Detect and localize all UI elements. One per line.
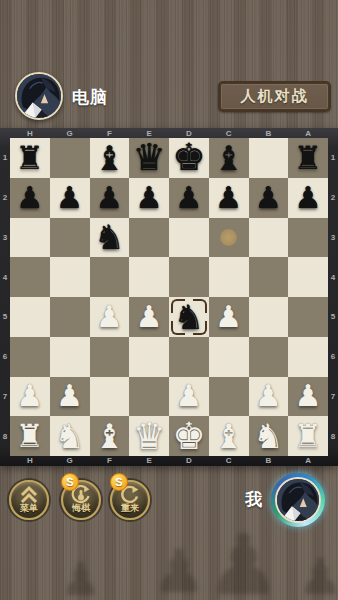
square-H2[interactable]: ♟: [10, 178, 50, 218]
me-avatar: [275, 477, 321, 523]
rank-labels-left: 12345678: [0, 138, 10, 456]
me-avatar-image: [277, 479, 319, 521]
square-D4[interactable]: [169, 257, 209, 297]
black-queen: ♛: [133, 139, 166, 176]
square-E2[interactable]: ♟: [129, 178, 169, 218]
menu-button-label: 菜单: [11, 502, 47, 515]
square-G1[interactable]: [50, 138, 90, 178]
white-pawn: ♟: [255, 381, 282, 411]
selection-corner: [193, 321, 207, 335]
black-pawn: ♟: [16, 183, 43, 213]
white-knight: ♞: [253, 419, 283, 453]
me-avatar-glow: [271, 473, 325, 527]
square-F6[interactable]: [90, 337, 130, 377]
selection-corner: [171, 299, 185, 313]
rank-label: 1: [0, 138, 10, 178]
square-C5[interactable]: ♟: [209, 297, 249, 337]
black-knight: ♞: [94, 220, 124, 254]
file-label: B: [249, 455, 289, 466]
white-pawn: ♟: [215, 302, 242, 332]
square-D8[interactable]: ♚: [169, 416, 209, 456]
gold-coin-badge: S: [61, 473, 79, 491]
opponent-name: 电脑: [72, 86, 108, 109]
move-origin-dot: [220, 229, 237, 246]
square-F4[interactable]: [90, 257, 130, 297]
square-H7[interactable]: ♟: [10, 377, 50, 417]
square-F1[interactable]: ♝: [90, 138, 130, 178]
black-pawn: ♟: [295, 183, 322, 213]
square-A2[interactable]: ♟: [288, 178, 328, 218]
rank-label: 4: [328, 257, 338, 297]
rank-label: 7: [0, 377, 10, 417]
opponent-avatar-image: [17, 74, 61, 118]
square-B6[interactable]: [249, 337, 289, 377]
square-D7[interactable]: ♟: [169, 377, 209, 417]
square-B8[interactable]: ♞: [249, 416, 289, 456]
square-G4[interactable]: [50, 257, 90, 297]
black-pawn: ♟: [136, 183, 163, 213]
menu-button[interactable]: 菜单: [9, 480, 49, 520]
rank-label: 5: [0, 297, 10, 337]
rank-label: 5: [328, 297, 338, 337]
square-E7[interactable]: [129, 377, 169, 417]
white-bishop: ♝: [94, 419, 124, 453]
shadow-pawn-icon: ♟: [152, 536, 206, 600]
square-D5[interactable]: ♞: [169, 297, 209, 337]
shadow-pawn-icon: ♟: [60, 552, 101, 600]
black-rook: ♜: [294, 142, 323, 174]
white-pawn: ♟: [16, 381, 43, 411]
restart-button[interactable]: 重来S: [110, 480, 150, 520]
square-B7[interactable]: ♟: [249, 377, 289, 417]
black-king: ♚: [172, 139, 205, 176]
white-pawn: ♟: [96, 302, 123, 332]
rank-label: 6: [328, 337, 338, 377]
rank-labels-right: 12345678: [328, 138, 338, 456]
file-label: F: [90, 455, 130, 466]
square-A6[interactable]: [288, 337, 328, 377]
square-C2[interactable]: ♟: [209, 178, 249, 218]
square-A3[interactable]: [288, 218, 328, 258]
square-E4[interactable]: [129, 257, 169, 297]
file-labels-bottom: HGFEDCBA: [10, 455, 328, 466]
rank-label: 2: [0, 178, 10, 218]
black-pawn: ♟: [96, 183, 123, 213]
rank-label: 6: [0, 337, 10, 377]
black-bishop: ♝: [213, 141, 243, 175]
file-label: B: [249, 128, 289, 138]
selection-corner: [193, 299, 207, 313]
file-label: A: [288, 455, 328, 466]
square-B1[interactable]: [249, 138, 289, 178]
black-pawn: ♟: [255, 183, 282, 213]
black-pawn: ♟: [215, 183, 242, 213]
square-E8[interactable]: ♛: [129, 416, 169, 456]
file-labels-top: HGFEDCBA: [10, 128, 328, 138]
square-G5[interactable]: [50, 297, 90, 337]
file-label: E: [129, 455, 169, 466]
white-pawn: ♟: [295, 381, 322, 411]
white-rook: ♜: [294, 420, 323, 452]
rank-label: 3: [328, 218, 338, 258]
black-pawn: ♟: [175, 183, 202, 213]
chess-board: HGFEDCBA HGFEDCBA 12345678 12345678 ♜♝♛♚…: [0, 128, 338, 466]
square-F7[interactable]: [90, 377, 130, 417]
square-B2[interactable]: ♟: [249, 178, 289, 218]
white-pawn: ♟: [56, 381, 83, 411]
square-G8[interactable]: ♞: [50, 416, 90, 456]
square-C3[interactable]: [209, 218, 249, 258]
file-label: G: [50, 455, 90, 466]
square-D1[interactable]: ♚: [169, 138, 209, 178]
square-D3[interactable]: [169, 218, 209, 258]
square-G2[interactable]: ♟: [50, 178, 90, 218]
square-A8[interactable]: ♜: [288, 416, 328, 456]
white-rook: ♜: [16, 420, 45, 452]
restart-button-label: 重来: [112, 502, 148, 515]
square-A5[interactable]: [288, 297, 328, 337]
square-E5[interactable]: ♟: [129, 297, 169, 337]
file-label: C: [209, 455, 249, 466]
square-H4[interactable]: [10, 257, 50, 297]
table-piece-shadows: ♟ ♟ ♟ ♟: [0, 526, 338, 600]
square-F8[interactable]: ♝: [90, 416, 130, 456]
square-C7[interactable]: [209, 377, 249, 417]
square-E6[interactable]: [129, 337, 169, 377]
square-G7[interactable]: ♟: [50, 377, 90, 417]
shadow-pawn-icon: ♟: [298, 548, 338, 600]
square-B3[interactable]: [249, 218, 289, 258]
white-knight: ♞: [54, 419, 84, 453]
bottom-bar: 我 菜单悔棋S重来S: [0, 472, 338, 532]
square-C1[interactable]: ♝: [209, 138, 249, 178]
square-G3[interactable]: [50, 218, 90, 258]
square-D6[interactable]: [169, 337, 209, 377]
board-squares: ♜♝♛♚♝♜♟♟♟♟♟♟♟♟♞♟♟♞♟♟♟♟♟♟♜♞♝♛♚♝♞♜: [10, 138, 328, 456]
square-C8[interactable]: ♝: [209, 416, 249, 456]
square-E1[interactable]: ♛: [129, 138, 169, 178]
square-C6[interactable]: [209, 337, 249, 377]
gold-coin-badge: S: [110, 473, 128, 491]
square-A7[interactable]: ♟: [288, 377, 328, 417]
square-F5[interactable]: ♟: [90, 297, 130, 337]
rank-label: 3: [0, 218, 10, 258]
top-player-bar: 电脑 人机对战: [0, 70, 338, 124]
opponent-avatar: [15, 72, 63, 120]
file-label: D: [169, 455, 209, 466]
white-queen: ♛: [133, 418, 166, 455]
undo-button-label: 悔棋: [63, 502, 99, 515]
file-label: F: [90, 128, 130, 138]
file-label: H: [10, 455, 50, 466]
file-label: G: [50, 128, 90, 138]
white-pawn: ♟: [175, 381, 202, 411]
me-name: 我: [245, 488, 262, 511]
file-label: E: [129, 128, 169, 138]
square-D2[interactable]: ♟: [169, 178, 209, 218]
white-bishop: ♝: [213, 419, 243, 453]
file-label: A: [288, 128, 328, 138]
rank-label: 8: [328, 416, 338, 456]
black-pawn: ♟: [56, 183, 83, 213]
square-H5[interactable]: [10, 297, 50, 337]
black-bishop: ♝: [94, 141, 124, 175]
selection-corner: [171, 321, 185, 335]
square-H1[interactable]: ♜: [10, 138, 50, 178]
square-H6[interactable]: [10, 337, 50, 377]
square-C4[interactable]: [209, 257, 249, 297]
square-G6[interactable]: [50, 337, 90, 377]
black-rook: ♜: [16, 142, 45, 174]
square-H8[interactable]: ♜: [10, 416, 50, 456]
file-label: H: [10, 128, 50, 138]
rank-label: 2: [328, 178, 338, 218]
square-H3[interactable]: [10, 218, 50, 258]
square-F2[interactable]: ♟: [90, 178, 130, 218]
rank-label: 1: [328, 138, 338, 178]
square-B4[interactable]: [249, 257, 289, 297]
square-E3[interactable]: [129, 218, 169, 258]
white-king: ♚: [172, 418, 205, 455]
game-mode-button[interactable]: 人机对战: [218, 81, 331, 112]
rank-label: 8: [0, 416, 10, 456]
file-label: C: [209, 128, 249, 138]
square-B5[interactable]: [249, 297, 289, 337]
white-pawn: ♟: [136, 302, 163, 332]
file-label: D: [169, 128, 209, 138]
undo-button[interactable]: 悔棋S: [61, 480, 101, 520]
square-F3[interactable]: ♞: [90, 218, 130, 258]
rank-label: 4: [0, 257, 10, 297]
square-A4[interactable]: [288, 257, 328, 297]
square-A1[interactable]: ♜: [288, 138, 328, 178]
rank-label: 7: [328, 377, 338, 417]
